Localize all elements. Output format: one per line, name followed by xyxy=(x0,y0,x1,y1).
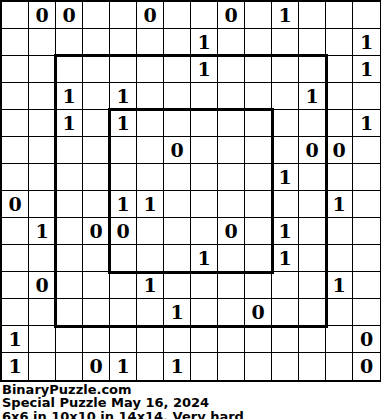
cell-r4c7[interactable] xyxy=(191,110,218,137)
cell-r8c6[interactable] xyxy=(164,218,191,245)
cell-r5c11: 0 xyxy=(299,137,326,164)
cell-r9c8[interactable] xyxy=(218,245,245,272)
cell-r1c5[interactable] xyxy=(137,29,164,56)
cell-r1c13: 1 xyxy=(353,29,380,56)
cell-r9c3[interactable] xyxy=(83,245,110,272)
cell-r12c2[interactable] xyxy=(56,326,83,353)
cell-r5c13[interactable] xyxy=(353,137,380,164)
cell-r1c6[interactable] xyxy=(164,29,191,56)
cell-r3c1[interactable] xyxy=(29,83,56,110)
cell-r0c10: 1 xyxy=(272,2,299,29)
cell-r8c7[interactable] xyxy=(191,218,218,245)
cell-r10c9[interactable] xyxy=(245,272,272,299)
cell-r2c10[interactable] xyxy=(272,56,299,83)
cell-r3c12[interactable] xyxy=(326,83,353,110)
cell-r10c7[interactable] xyxy=(191,272,218,299)
cell-r0c8: 0 xyxy=(218,2,245,29)
cell-r7c10[interactable] xyxy=(272,191,299,218)
cell-r0c3[interactable] xyxy=(83,2,110,29)
cell-r0c11[interactable] xyxy=(299,2,326,29)
cell-r11c4[interactable] xyxy=(110,299,137,326)
cell-r8c11[interactable] xyxy=(299,218,326,245)
cell-r2c7: 1 xyxy=(191,56,218,83)
cell-r10c2[interactable] xyxy=(56,272,83,299)
cell-r0c13[interactable] xyxy=(353,2,380,29)
cell-r3c10[interactable] xyxy=(272,83,299,110)
cell-r0c0[interactable] xyxy=(2,2,29,29)
cell-r1c12[interactable] xyxy=(326,29,353,56)
cell-r11c7[interactable] xyxy=(191,299,218,326)
cell-r13c11[interactable] xyxy=(299,353,326,380)
cell-r2c0[interactable] xyxy=(2,56,29,83)
cell-r9c1[interactable] xyxy=(29,245,56,272)
cell-r2c1[interactable] xyxy=(29,56,56,83)
cell-r6c5[interactable] xyxy=(137,164,164,191)
cell-r0c4[interactable] xyxy=(110,2,137,29)
cell-r4c6[interactable] xyxy=(164,110,191,137)
cell-r5c4[interactable] xyxy=(110,137,137,164)
puzzle-grid: 0000111111111110001011110001110111010101… xyxy=(2,2,380,380)
cell-r13c10[interactable] xyxy=(272,353,299,380)
cell-r6c4[interactable] xyxy=(110,164,137,191)
cell-r1c1[interactable] xyxy=(29,29,56,56)
cell-r4c9[interactable] xyxy=(245,110,272,137)
cell-r2c8[interactable] xyxy=(218,56,245,83)
cell-r2c12[interactable] xyxy=(326,56,353,83)
cell-r13c8[interactable] xyxy=(218,353,245,380)
cell-r0c5: 0 xyxy=(137,2,164,29)
cell-r5c7[interactable] xyxy=(191,137,218,164)
cell-r11c11[interactable] xyxy=(299,299,326,326)
cell-r13c4: 1 xyxy=(110,353,137,380)
cell-r7c6[interactable] xyxy=(164,191,191,218)
cell-r3c13[interactable] xyxy=(353,83,380,110)
cell-r4c10[interactable] xyxy=(272,110,299,137)
cell-r5c2[interactable] xyxy=(56,137,83,164)
cell-r12c5[interactable] xyxy=(137,326,164,353)
cell-r7c2[interactable] xyxy=(56,191,83,218)
cell-r9c5[interactable] xyxy=(137,245,164,272)
cell-r13c7[interactable] xyxy=(191,353,218,380)
cell-r6c3[interactable] xyxy=(83,164,110,191)
cell-r11c2[interactable] xyxy=(56,299,83,326)
cell-r11c6: 1 xyxy=(164,299,191,326)
cell-r1c8[interactable] xyxy=(218,29,245,56)
cell-r4c1[interactable] xyxy=(29,110,56,137)
cell-r0c1: 0 xyxy=(29,2,56,29)
cell-r8c2[interactable] xyxy=(56,218,83,245)
puzzle-caption: BinaryPuzzle.com Special Puzzle May 16, … xyxy=(0,382,381,419)
cell-r10c1: 0 xyxy=(29,272,56,299)
cell-r7c7[interactable] xyxy=(191,191,218,218)
cell-r13c2[interactable] xyxy=(56,353,83,380)
cell-r2c3[interactable] xyxy=(83,56,110,83)
cell-r6c11[interactable] xyxy=(299,164,326,191)
cell-r3c5[interactable] xyxy=(137,83,164,110)
cell-r11c9: 0 xyxy=(245,299,272,326)
cell-r7c5: 1 xyxy=(137,191,164,218)
cell-r8c13[interactable] xyxy=(353,218,380,245)
cell-r8c10: 1 xyxy=(272,218,299,245)
site-name: BinaryPuzzle.com xyxy=(2,383,381,396)
cell-r10c12: 1 xyxy=(326,272,353,299)
cell-r8c0[interactable] xyxy=(2,218,29,245)
cell-r6c9[interactable] xyxy=(245,164,272,191)
cell-r3c4: 1 xyxy=(110,83,137,110)
cell-r9c9[interactable] xyxy=(245,245,272,272)
cell-r5c6: 0 xyxy=(164,137,191,164)
cell-r13c9[interactable] xyxy=(245,353,272,380)
cell-r5c9[interactable] xyxy=(245,137,272,164)
cell-r6c10: 1 xyxy=(272,164,299,191)
cell-r9c13[interactable] xyxy=(353,245,380,272)
cell-r12c0: 1 xyxy=(2,326,29,353)
cell-r10c13[interactable] xyxy=(353,272,380,299)
cell-r5c5[interactable] xyxy=(137,137,164,164)
cell-r11c5[interactable] xyxy=(137,299,164,326)
cell-r6c0[interactable] xyxy=(2,164,29,191)
cell-r6c6[interactable] xyxy=(164,164,191,191)
cell-r3c11: 1 xyxy=(299,83,326,110)
cell-r10c11[interactable] xyxy=(299,272,326,299)
cell-r3c8[interactable] xyxy=(218,83,245,110)
cell-r7c9[interactable] xyxy=(245,191,272,218)
cell-r10c4[interactable] xyxy=(110,272,137,299)
cell-r12c7[interactable] xyxy=(191,326,218,353)
cell-r11c0[interactable] xyxy=(2,299,29,326)
cell-r3c0[interactable] xyxy=(2,83,29,110)
cell-r5c3[interactable] xyxy=(83,137,110,164)
cell-r4c5[interactable] xyxy=(137,110,164,137)
cell-r12c6[interactable] xyxy=(164,326,191,353)
cell-r3c6[interactable] xyxy=(164,83,191,110)
cell-r2c5[interactable] xyxy=(137,56,164,83)
cell-r9c4[interactable] xyxy=(110,245,137,272)
cell-r1c7: 1 xyxy=(191,29,218,56)
cell-r2c4[interactable] xyxy=(110,56,137,83)
cell-r2c6[interactable] xyxy=(164,56,191,83)
cell-r11c10[interactable] xyxy=(272,299,299,326)
cell-r10c8[interactable] xyxy=(218,272,245,299)
cell-r10c6[interactable] xyxy=(164,272,191,299)
cell-r6c13[interactable] xyxy=(353,164,380,191)
cell-r8c4: 0 xyxy=(110,218,137,245)
cell-r11c3[interactable] xyxy=(83,299,110,326)
cell-r4c13: 1 xyxy=(353,110,380,137)
cell-r8c1: 1 xyxy=(29,218,56,245)
cell-r2c2[interactable] xyxy=(56,56,83,83)
cell-r1c4[interactable] xyxy=(110,29,137,56)
cell-r0c6[interactable] xyxy=(164,2,191,29)
cell-r13c0: 1 xyxy=(2,353,29,380)
cell-r4c4: 1 xyxy=(110,110,137,137)
puzzle-spec: 6x6 in 10x10 in 14x14, Very hard xyxy=(2,410,381,419)
cell-r4c8[interactable] xyxy=(218,110,245,137)
cell-r12c3[interactable] xyxy=(83,326,110,353)
puzzle-board: 0000111111111110001011110001110111010101… xyxy=(0,0,381,382)
cell-r7c1[interactable] xyxy=(29,191,56,218)
cell-r12c8[interactable] xyxy=(218,326,245,353)
cell-r2c11[interactable] xyxy=(299,56,326,83)
cell-r2c13: 1 xyxy=(353,56,380,83)
cell-r7c12: 1 xyxy=(326,191,353,218)
cell-r9c12[interactable] xyxy=(326,245,353,272)
cell-r8c8: 0 xyxy=(218,218,245,245)
cell-r12c13: 0 xyxy=(353,326,380,353)
cell-r0c7[interactable] xyxy=(191,2,218,29)
cell-r3c3[interactable] xyxy=(83,83,110,110)
cell-r1c11[interactable] xyxy=(299,29,326,56)
cell-r1c9[interactable] xyxy=(245,29,272,56)
cell-r4c3[interactable] xyxy=(83,110,110,137)
cell-r6c12[interactable] xyxy=(326,164,353,191)
cell-r8c3: 0 xyxy=(83,218,110,245)
cell-r0c12[interactable] xyxy=(326,2,353,29)
cell-r13c3: 0 xyxy=(83,353,110,380)
cell-r7c13[interactable] xyxy=(353,191,380,218)
cell-r9c11[interactable] xyxy=(299,245,326,272)
cell-r13c12[interactable] xyxy=(326,353,353,380)
cell-r13c1[interactable] xyxy=(29,353,56,380)
cell-r5c10[interactable] xyxy=(272,137,299,164)
cell-r11c1[interactable] xyxy=(29,299,56,326)
cell-r9c6[interactable] xyxy=(164,245,191,272)
cell-r4c0[interactable] xyxy=(2,110,29,137)
cell-r13c6: 1 xyxy=(164,353,191,380)
cell-r4c2: 1 xyxy=(56,110,83,137)
cell-r13c5[interactable] xyxy=(137,353,164,380)
cell-r11c12[interactable] xyxy=(326,299,353,326)
cell-r6c2[interactable] xyxy=(56,164,83,191)
cell-r10c10[interactable] xyxy=(272,272,299,299)
cell-r5c0[interactable] xyxy=(2,137,29,164)
cell-r6c1[interactable] xyxy=(29,164,56,191)
cell-r10c3[interactable] xyxy=(83,272,110,299)
cell-r4c11[interactable] xyxy=(299,110,326,137)
cell-r9c2[interactable] xyxy=(56,245,83,272)
cell-r12c4[interactable] xyxy=(110,326,137,353)
cell-r3c9[interactable] xyxy=(245,83,272,110)
cell-r7c0: 0 xyxy=(2,191,29,218)
cell-r8c5[interactable] xyxy=(137,218,164,245)
cell-r12c1[interactable] xyxy=(29,326,56,353)
cell-r12c10[interactable] xyxy=(272,326,299,353)
cell-r11c8[interactable] xyxy=(218,299,245,326)
cell-r1c0[interactable] xyxy=(2,29,29,56)
cell-r1c10[interactable] xyxy=(272,29,299,56)
cell-r6c7[interactable] xyxy=(191,164,218,191)
cell-r9c0[interactable] xyxy=(2,245,29,272)
cell-r3c2: 1 xyxy=(56,83,83,110)
cell-r8c9[interactable] xyxy=(245,218,272,245)
puzzle-title: Special Puzzle May 16, 2024 xyxy=(2,396,381,409)
cell-r7c4: 1 xyxy=(110,191,137,218)
cell-r5c12: 0 xyxy=(326,137,353,164)
cell-r10c5: 1 xyxy=(137,272,164,299)
cell-r12c12[interactable] xyxy=(326,326,353,353)
cell-r9c7: 1 xyxy=(191,245,218,272)
cell-r7c3[interactable] xyxy=(83,191,110,218)
cell-r8c12[interactable] xyxy=(326,218,353,245)
cell-r5c1[interactable] xyxy=(29,137,56,164)
cell-r0c2: 0 xyxy=(56,2,83,29)
cell-r9c10: 1 xyxy=(272,245,299,272)
cell-r4c12[interactable] xyxy=(326,110,353,137)
cell-r13c13: 0 xyxy=(353,353,380,380)
cell-r5c8[interactable] xyxy=(218,137,245,164)
cell-r2c9[interactable] xyxy=(245,56,272,83)
cell-r6c8[interactable] xyxy=(218,164,245,191)
cell-r1c3[interactable] xyxy=(83,29,110,56)
cell-r1c2[interactable] xyxy=(56,29,83,56)
cell-r11c13[interactable] xyxy=(353,299,380,326)
cell-r10c0[interactable] xyxy=(2,272,29,299)
cell-r7c8[interactable] xyxy=(218,191,245,218)
cell-r0c9[interactable] xyxy=(245,2,272,29)
cell-r12c9[interactable] xyxy=(245,326,272,353)
cell-r7c11[interactable] xyxy=(299,191,326,218)
cell-r12c11[interactable] xyxy=(299,326,326,353)
cell-r3c7[interactable] xyxy=(191,83,218,110)
